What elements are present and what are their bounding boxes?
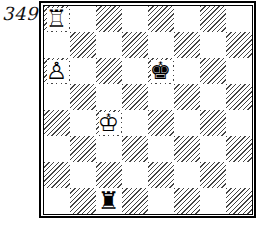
square-e5: [148, 84, 174, 110]
square-e1: [148, 188, 174, 214]
square-h4: [226, 110, 252, 136]
square-e4: [148, 110, 174, 136]
square-c5: [96, 84, 122, 110]
square-a5: [44, 84, 70, 110]
square-e2: [148, 162, 174, 188]
square-e8: [148, 6, 174, 32]
square-g8: [200, 6, 226, 32]
square-f4: [174, 110, 200, 136]
square-c8: [96, 6, 122, 32]
square-h1: [226, 188, 252, 214]
square-d2: [122, 162, 148, 188]
piece-black-rook-c1: ♜: [98, 188, 120, 214]
square-b2: [70, 162, 96, 188]
square-c6: [96, 58, 122, 84]
square-h7: [226, 32, 252, 58]
square-a2: [44, 162, 70, 188]
square-h8: [226, 6, 252, 32]
book-page: 349 ♖♙♚♔♜: [0, 0, 264, 226]
square-b7: [70, 32, 96, 58]
square-a1: [44, 188, 70, 214]
square-f8: [174, 6, 200, 32]
square-f3: [174, 136, 200, 162]
square-d5: [122, 84, 148, 110]
square-b8: [70, 6, 96, 32]
square-f7: [174, 32, 200, 58]
square-c7: [96, 32, 122, 58]
square-c1: ♜: [96, 188, 122, 214]
square-g1: [200, 188, 226, 214]
square-b1: [70, 188, 96, 214]
square-d1: [122, 188, 148, 214]
square-c4: ♔: [96, 110, 122, 136]
piece-white-rook-a8: ♖: [46, 6, 68, 32]
diagram-number: 349: [2, 3, 38, 25]
square-g4: [200, 110, 226, 136]
square-a6: ♙: [44, 58, 70, 84]
piece-white-pawn-a6: ♙: [46, 58, 68, 84]
square-d8: [122, 6, 148, 32]
square-b3: [70, 136, 96, 162]
square-c2: [96, 162, 122, 188]
square-e6: ♚: [148, 58, 174, 84]
piece-white-king-c4: ♔: [98, 110, 120, 136]
square-e7: [148, 32, 174, 58]
chess-board-grid: ♖♙♚♔♜: [44, 6, 252, 214]
square-h6: [226, 58, 252, 84]
square-a3: [44, 136, 70, 162]
square-c3: [96, 136, 122, 162]
square-g5: [200, 84, 226, 110]
square-g2: [200, 162, 226, 188]
square-d4: [122, 110, 148, 136]
square-a4: [44, 110, 70, 136]
square-b4: [70, 110, 96, 136]
square-f2: [174, 162, 200, 188]
piece-black-king-e6: ♚: [150, 58, 172, 84]
chess-board-inner-frame: ♖♙♚♔♜: [43, 5, 253, 215]
square-h2: [226, 162, 252, 188]
square-f1: [174, 188, 200, 214]
square-g3: [200, 136, 226, 162]
square-a7: [44, 32, 70, 58]
square-g7: [200, 32, 226, 58]
chess-board: ♖♙♚♔♜: [39, 1, 256, 218]
square-g6: [200, 58, 226, 84]
square-e3: [148, 136, 174, 162]
square-d6: [122, 58, 148, 84]
square-d3: [122, 136, 148, 162]
square-b5: [70, 84, 96, 110]
square-d7: [122, 32, 148, 58]
square-f6: [174, 58, 200, 84]
square-h5: [226, 84, 252, 110]
square-a8: ♖: [44, 6, 70, 32]
square-b6: [70, 58, 96, 84]
square-h3: [226, 136, 252, 162]
square-f5: [174, 84, 200, 110]
